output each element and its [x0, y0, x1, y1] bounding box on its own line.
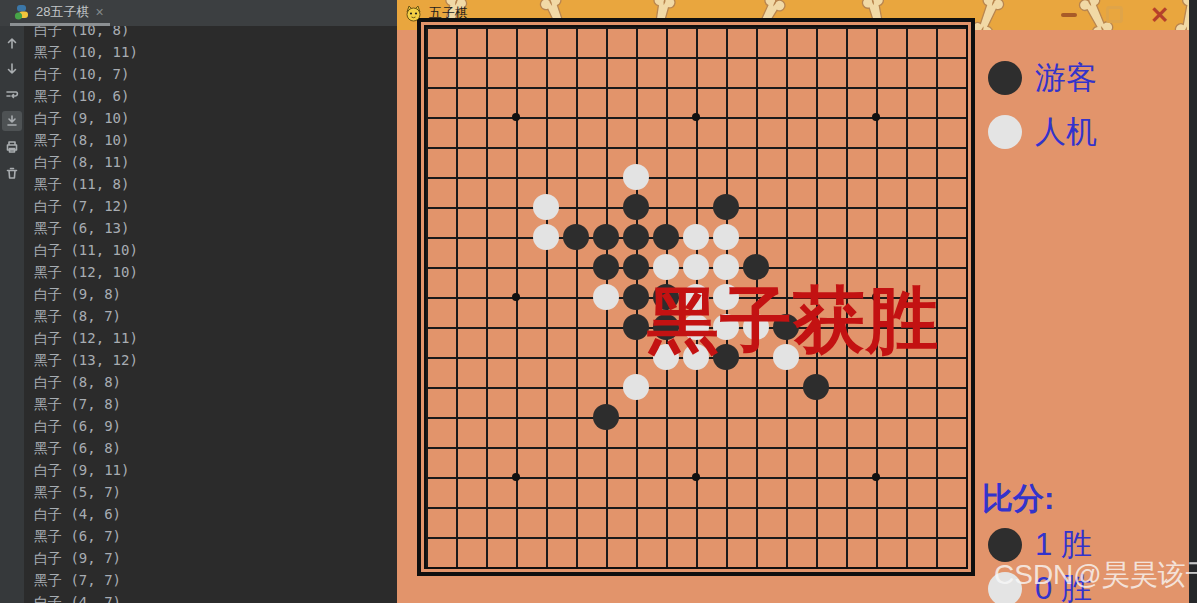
console-tab-bar: 28五子棋 × — [0, 0, 397, 26]
soft-wrap-icon — [4, 87, 20, 103]
console-move-line: 白子 (9, 8) — [34, 283, 138, 305]
console-tab-label: 28五子棋 — [36, 3, 89, 21]
console-move-line: 黑子 (11, 8) — [34, 173, 138, 195]
arrow-up-icon — [4, 35, 20, 51]
white-stone — [713, 224, 739, 250]
printer-icon — [4, 139, 20, 155]
scroll-down-button[interactable] — [2, 59, 22, 79]
console-move-line: 黑子 (6, 7) — [34, 525, 138, 547]
clear-console-button[interactable] — [2, 163, 22, 183]
console-move-line: 白子 (10, 7) — [34, 63, 138, 85]
console-move-line: 白子 (6, 9) — [34, 415, 138, 437]
black-player-label: 游客 — [1035, 57, 1097, 99]
console-move-line: 白子 (7, 12) — [34, 195, 138, 217]
scroll-up-button[interactable] — [2, 33, 22, 53]
score-heading: 比分: — [982, 478, 1054, 520]
black-stone — [803, 374, 829, 400]
console-move-line: 黑子 (7, 8) — [34, 393, 138, 415]
console-toolbar — [0, 26, 24, 603]
run-console-panel: 白子 (10, 8)黑子 (10, 11)白子 (10, 7)黑子 (10, 6… — [0, 0, 397, 603]
white-stone — [683, 254, 709, 280]
console-move-line: 黑子 (13, 12) — [34, 349, 138, 371]
black-stone — [653, 224, 679, 250]
black-stone-icon — [988, 61, 1022, 95]
trash-icon — [4, 165, 20, 181]
desktop-edge-strip — [1189, 0, 1197, 603]
star-point — [692, 113, 700, 121]
app-icon — [405, 5, 422, 22]
console-move-line: 白子 (4, 7) — [34, 591, 138, 603]
black-stone — [593, 254, 619, 280]
soft-wrap-button[interactable] — [2, 85, 22, 105]
console-move-line: 白子 (9, 11) — [34, 459, 138, 481]
python-run-icon — [14, 4, 30, 20]
console-move-line: 黑子 (10, 6) — [34, 85, 138, 107]
black-stone — [623, 194, 649, 220]
star-point — [692, 473, 700, 481]
white-stone-icon — [988, 115, 1022, 149]
star-point — [512, 473, 520, 481]
console-move-line: 黑子 (12, 10) — [34, 261, 138, 283]
black-stone — [623, 254, 649, 280]
white-stone — [683, 224, 709, 250]
black-stone — [623, 314, 649, 340]
console-move-line: 白子 (4, 6) — [34, 503, 138, 525]
console-move-line: 白子 (9, 7) — [34, 547, 138, 569]
black-stone — [623, 284, 649, 310]
tab-close-icon[interactable]: × — [95, 5, 103, 19]
black-stone — [563, 224, 589, 250]
white-stone — [653, 254, 679, 280]
white-stone — [623, 164, 649, 190]
console-move-line: 黑子 (8, 10) — [34, 129, 138, 151]
scroll-to-end-icon — [4, 113, 20, 129]
close-button[interactable]: ✕ — [1150, 1, 1169, 29]
console-move-line: 黑子 (5, 7) — [34, 481, 138, 503]
black-stone — [593, 404, 619, 430]
screen: 白子 (10, 8)黑子 (10, 11)白子 (10, 7)黑子 (10, 6… — [0, 0, 1197, 603]
legend-white-player: 人机 — [988, 111, 1097, 153]
star-point — [512, 113, 520, 121]
black-stone — [743, 254, 769, 280]
console-move-line: 白子 (9, 10) — [34, 107, 138, 129]
console-tab[interactable]: 28五子棋 × — [8, 0, 110, 24]
watermark: CSDN@昊昊该干饭了 — [994, 556, 1197, 594]
minimize-button[interactable] — [1061, 13, 1077, 17]
bone-icon — [1172, 0, 1189, 30]
console-move-line: 白子 (12, 11) — [34, 327, 138, 349]
white-stone — [623, 374, 649, 400]
console-move-line: 白子 (11, 10) — [34, 239, 138, 261]
console-move-line: 黑子 (10, 11) — [34, 41, 138, 63]
star-point — [512, 293, 520, 301]
white-stone — [593, 284, 619, 310]
black-stone — [623, 224, 649, 250]
star-point — [872, 113, 880, 121]
console-move-line: 白子 (8, 8) — [34, 371, 138, 393]
console-move-line: 黑子 (6, 13) — [34, 217, 138, 239]
console-move-line: 黑子 (8, 7) — [34, 305, 138, 327]
console-move-line: 黑子 (7, 7) — [34, 569, 138, 591]
console-move-line: 白子 (8, 11) — [34, 151, 138, 173]
maximize-button[interactable] — [1106, 6, 1123, 23]
console-move-line: 黑子 (6, 8) — [34, 437, 138, 459]
print-button[interactable] — [2, 137, 22, 157]
star-point — [872, 473, 880, 481]
gomoku-window: 五子棋 ✕ 黑子获胜 游客 人机 比分: 1 胜 — [397, 0, 1189, 603]
white-player-label: 人机 — [1035, 111, 1097, 153]
white-stone — [533, 194, 559, 220]
scroll-to-end-button[interactable] — [2, 111, 22, 131]
black-stone — [713, 194, 739, 220]
white-stone — [533, 224, 559, 250]
black-stone — [593, 224, 619, 250]
console-move-list: 白子 (10, 8)黑子 (10, 11)白子 (10, 7)黑子 (10, 6… — [34, 19, 138, 603]
active-tab-underline — [10, 23, 110, 26]
white-stone — [713, 254, 739, 280]
arrow-down-icon — [4, 61, 20, 77]
legend-black-player: 游客 — [988, 57, 1097, 99]
win-message: 黑子获胜 — [647, 284, 939, 356]
window-title: 五子棋 — [429, 4, 468, 22]
